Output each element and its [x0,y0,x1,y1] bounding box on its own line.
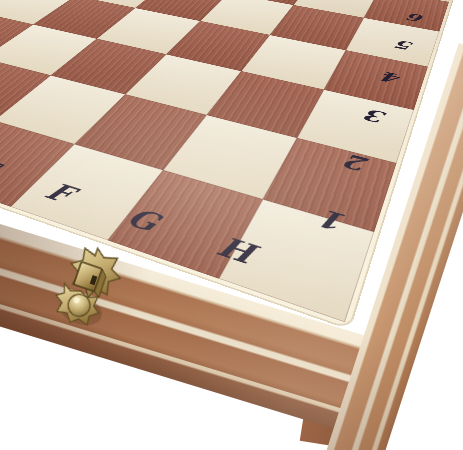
perspective-scene: ABCDEFGH 87654321 [0,0,463,450]
chess-box-photo: ABCDEFGH 87654321 [0,0,463,450]
